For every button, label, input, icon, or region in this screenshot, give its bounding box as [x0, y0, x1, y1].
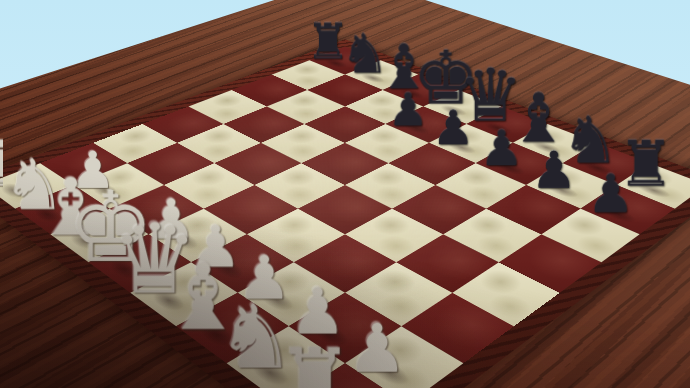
scene-3d: ♜♞♝♚♛♝♞♜♟♟♟♟♟♟♟♟♟♟♟♜♞♝♚♛♝♞♜ — [0, 0, 690, 388]
square-e4[interactable] — [254, 163, 345, 209]
black-pawn[interactable]: ♟ — [531, 145, 577, 196]
black-pawn[interactable]: ♟ — [480, 124, 524, 173]
render-viewport: ♜♞♝♚♛♝♞♜♟♟♟♟♟♟♟♟♟♟♟♜♞♝♚♛♝♞♜ — [0, 0, 690, 388]
black-pawn[interactable]: ♟ — [432, 105, 474, 152]
black-pawn[interactable]: ♟ — [388, 87, 429, 132]
square-d5[interactable] — [345, 163, 436, 209]
black-pawn[interactable]: ♟ — [587, 167, 635, 220]
white-pawn[interactable]: ♟ — [347, 315, 407, 382]
white-rook[interactable]: ♜ — [276, 337, 355, 388]
